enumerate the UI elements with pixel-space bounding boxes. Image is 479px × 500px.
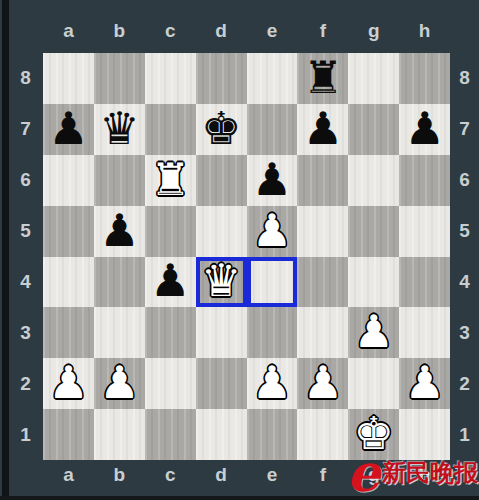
square-c4[interactable]: ♟ xyxy=(145,257,196,308)
file-label-top-a: a xyxy=(43,20,94,42)
square-h8[interactable] xyxy=(399,53,450,104)
square-a1[interactable] xyxy=(43,409,94,460)
rank-label-left-5: 5 xyxy=(8,206,43,257)
square-e3[interactable] xyxy=(247,307,298,358)
square-g4[interactable] xyxy=(348,257,399,308)
file-labels-top: abcdefgh xyxy=(43,0,450,53)
square-g8[interactable] xyxy=(348,53,399,104)
white-pawn[interactable]: ♟ xyxy=(404,360,444,405)
black-pawn[interactable]: ♟ xyxy=(150,258,190,303)
white-pawn[interactable]: ♟ xyxy=(252,360,292,405)
rank-labels-right: 87654321 xyxy=(450,53,479,460)
square-g2[interactable] xyxy=(348,358,399,409)
square-h6[interactable] xyxy=(399,155,450,206)
rank-label-right-8: 8 xyxy=(450,53,479,104)
square-a2[interactable]: ♟ xyxy=(43,358,94,409)
square-f1[interactable] xyxy=(297,409,348,460)
chess-board: ♜♟♛♚♟♟♜♟♟♟♟♛♟♟♟♟♟♟♚ xyxy=(43,53,450,460)
square-g3[interactable]: ♟ xyxy=(348,307,399,358)
rank-label-left-6: 6 xyxy=(8,155,43,206)
square-h3[interactable] xyxy=(399,307,450,358)
file-label-top-c: c xyxy=(145,20,196,42)
bottom-edge-strip xyxy=(0,496,479,500)
square-c1[interactable] xyxy=(145,409,196,460)
rank-labels-left: 87654321 xyxy=(8,53,43,460)
square-d2[interactable] xyxy=(196,358,247,409)
file-label-top-f: f xyxy=(297,20,348,42)
logo-text: 新民晚报 xyxy=(382,457,478,489)
square-d8[interactable] xyxy=(196,53,247,104)
square-b3[interactable] xyxy=(94,307,145,358)
square-h2[interactable]: ♟ xyxy=(399,358,450,409)
square-e2[interactable]: ♟ xyxy=(247,358,298,409)
file-label-bottom-a: a xyxy=(43,464,94,486)
square-f8[interactable]: ♜ xyxy=(297,53,348,104)
rank-label-right-6: 6 xyxy=(450,155,479,206)
square-a3[interactable] xyxy=(43,307,94,358)
square-f5[interactable] xyxy=(297,206,348,257)
black-pawn[interactable]: ♟ xyxy=(99,208,139,253)
square-b7[interactable]: ♛ xyxy=(94,104,145,155)
square-f3[interactable] xyxy=(297,307,348,358)
square-e5[interactable]: ♟ xyxy=(247,206,298,257)
logo-e-icon: e xyxy=(347,453,380,493)
square-d5[interactable] xyxy=(196,206,247,257)
rank-label-left-1: 1 xyxy=(8,409,43,460)
black-pawn[interactable]: ♟ xyxy=(48,106,88,151)
xinmin-logo: e 新民晚报 xyxy=(347,451,478,495)
file-label-bottom-e: e xyxy=(247,464,298,486)
square-h5[interactable] xyxy=(399,206,450,257)
square-e7[interactable] xyxy=(247,104,298,155)
file-label-top-b: b xyxy=(94,20,145,42)
square-a7[interactable]: ♟ xyxy=(43,104,94,155)
square-g6[interactable] xyxy=(348,155,399,206)
white-queen[interactable]: ♛ xyxy=(201,258,241,303)
square-d3[interactable] xyxy=(196,307,247,358)
square-b2[interactable]: ♟ xyxy=(94,358,145,409)
file-label-top-g: g xyxy=(348,20,399,42)
rank-label-left-7: 7 xyxy=(8,104,43,155)
rank-label-right-4: 4 xyxy=(450,257,479,308)
square-f7[interactable]: ♟ xyxy=(297,104,348,155)
square-b4[interactable] xyxy=(94,257,145,308)
square-b1[interactable] xyxy=(94,409,145,460)
square-h4[interactable] xyxy=(399,257,450,308)
square-a8[interactable] xyxy=(43,53,94,104)
rank-label-left-3: 3 xyxy=(8,307,43,358)
square-f6[interactable] xyxy=(297,155,348,206)
rank-label-right-2: 2 xyxy=(450,358,479,409)
file-label-bottom-c: c xyxy=(145,464,196,486)
square-d6[interactable] xyxy=(196,155,247,206)
file-label-bottom-f: f xyxy=(297,464,348,486)
square-d7[interactable]: ♚ xyxy=(196,104,247,155)
square-c2[interactable] xyxy=(145,358,196,409)
square-d4[interactable]: ♛ xyxy=(196,257,247,308)
square-c8[interactable] xyxy=(145,53,196,104)
square-f4[interactable] xyxy=(297,257,348,308)
square-e4[interactable] xyxy=(247,257,298,308)
black-pawn[interactable]: ♟ xyxy=(303,106,343,151)
black-pawn[interactable]: ♟ xyxy=(404,106,444,151)
square-c6[interactable]: ♜ xyxy=(145,155,196,206)
square-g7[interactable] xyxy=(348,104,399,155)
square-b6[interactable] xyxy=(94,155,145,206)
black-rook[interactable]: ♜ xyxy=(303,55,343,100)
black-pawn[interactable]: ♟ xyxy=(252,157,292,202)
white-pawn[interactable]: ♟ xyxy=(99,360,139,405)
rank-label-right-7: 7 xyxy=(450,104,479,155)
black-queen[interactable]: ♛ xyxy=(99,106,139,151)
square-e6[interactable]: ♟ xyxy=(247,155,298,206)
square-a6[interactable] xyxy=(43,155,94,206)
square-a4[interactable] xyxy=(43,257,94,308)
square-h7[interactable]: ♟ xyxy=(399,104,450,155)
white-pawn[interactable]: ♟ xyxy=(303,360,343,405)
file-label-top-e: e xyxy=(247,20,298,42)
file-label-top-d: d xyxy=(196,20,247,42)
square-d1[interactable] xyxy=(196,409,247,460)
file-label-top-h: h xyxy=(399,20,450,42)
black-king[interactable]: ♚ xyxy=(201,106,241,151)
rank-label-left-4: 4 xyxy=(8,257,43,308)
rank-label-left-2: 2 xyxy=(8,358,43,409)
white-rook[interactable]: ♜ xyxy=(150,157,190,202)
square-c5[interactable] xyxy=(145,206,196,257)
square-f2[interactable]: ♟ xyxy=(297,358,348,409)
square-b8[interactable] xyxy=(94,53,145,104)
square-c3[interactable] xyxy=(145,307,196,358)
white-pawn[interactable]: ♟ xyxy=(354,309,394,354)
rank-label-left-8: 8 xyxy=(8,53,43,104)
file-label-bottom-b: b xyxy=(94,464,145,486)
square-e1[interactable] xyxy=(247,409,298,460)
square-a5[interactable] xyxy=(43,206,94,257)
rank-label-right-3: 3 xyxy=(450,307,479,358)
file-label-bottom-d: d xyxy=(196,464,247,486)
square-g5[interactable] xyxy=(348,206,399,257)
chess-app-screen: abcdefgh 87654321 ♜♟♛♚♟♟♜♟♟♟♟♛♟♟♟♟♟♟♚ 87… xyxy=(0,0,479,500)
rank-label-right-5: 5 xyxy=(450,206,479,257)
square-b5[interactable]: ♟ xyxy=(94,206,145,257)
white-pawn[interactable]: ♟ xyxy=(252,208,292,253)
square-c7[interactable] xyxy=(145,104,196,155)
square-e8[interactable] xyxy=(247,53,298,104)
white-pawn[interactable]: ♟ xyxy=(48,360,88,405)
